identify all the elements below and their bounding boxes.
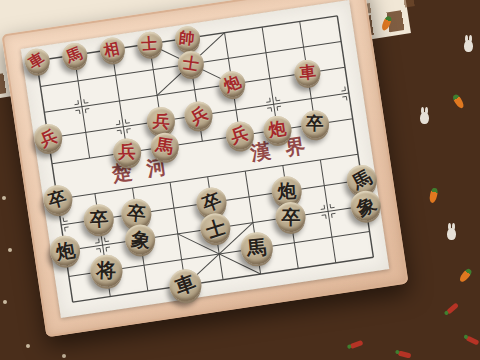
mat-bunny-icon [447, 228, 456, 240]
piece-red-cannon[interactable]: 炮 [261, 114, 293, 146]
piece-glyph: 車 [26, 50, 47, 71]
piece-glyph: 炮 [221, 73, 243, 95]
mat-bunny-icon [420, 112, 429, 124]
mat-dot [2, 196, 6, 200]
mat-chili-icon [466, 335, 480, 345]
piece-glyph: 相 [103, 40, 121, 58]
piece-glyph: 卒 [46, 188, 68, 210]
piece-glyph: 卒 [281, 207, 300, 226]
piece-glyph: 馬 [64, 45, 84, 65]
piece-glyph: 馬 [155, 137, 175, 157]
piece-glyph: 兵 [152, 112, 171, 131]
piece-glyph: 兵 [118, 144, 136, 162]
piece-glyph: 車 [173, 272, 199, 298]
piece-red-soldier[interactable]: 兵 [183, 100, 214, 131]
piece-glyph: 卒 [306, 116, 324, 134]
piece-glyph: 卒 [89, 210, 109, 230]
mat-dot [62, 354, 66, 358]
piece-glyph: 炮 [277, 182, 296, 201]
xiangqi-board: 楚河 漢界 車馬相士帥士炮車兵兵兵兵馬兵炮卒卒卒卒卒炮馬炮象士卒象将馬車 [1, 0, 408, 337]
piece-red-cannon[interactable]: 炮 [217, 69, 247, 99]
piece-glyph: 士 [141, 36, 157, 52]
piece-black-soldier[interactable]: 卒 [299, 108, 331, 140]
piece-glyph: 卒 [200, 191, 224, 215]
mat-dot [8, 248, 12, 252]
mat-dot [26, 344, 30, 348]
piece-black-elephant[interactable]: 象 [123, 222, 158, 257]
piece-glyph: 士 [203, 216, 227, 240]
mat-carrot-icon [452, 93, 466, 109]
piece-glyph: 象 [129, 229, 151, 251]
mat-carrot-icon [458, 268, 473, 284]
piece-red-soldier[interactable]: 兵 [33, 122, 64, 153]
piece-glyph: 兵 [187, 104, 210, 127]
piece-glyph: 象 [353, 193, 378, 218]
mat-bunny-icon [464, 40, 473, 52]
piece-black-soldier[interactable]: 卒 [273, 200, 308, 235]
piece-glyph: 士 [182, 55, 200, 73]
mat-chili-icon [398, 350, 412, 358]
piece-black-advisor[interactable]: 士 [198, 211, 233, 246]
piece-red-soldier[interactable]: 兵 [224, 120, 256, 152]
mat-carrot-icon [429, 187, 439, 203]
piece-glyph: 帥 [179, 30, 196, 47]
piece-glyph: 車 [298, 64, 316, 82]
piece-red-soldier[interactable]: 兵 [111, 136, 143, 168]
piece-glyph: 将 [96, 261, 116, 281]
piece-red-advisor[interactable]: 士 [176, 49, 205, 78]
piece-red-chariot[interactable]: 車 [292, 58, 322, 88]
piece-red-chariot[interactable]: 車 [22, 47, 50, 75]
piece-glyph: 卒 [126, 204, 146, 224]
piece-red-advisor[interactable]: 士 [135, 30, 163, 58]
piece-black-chariot[interactable]: 車 [167, 267, 204, 304]
board-frame: 楚河 漢界 車馬相士帥士炮車兵兵兵兵馬兵炮卒卒卒卒卒炮馬炮象士卒象将馬車 [1, 0, 408, 337]
piece-glyph: 馬 [349, 168, 374, 193]
piece-black-elephant[interactable]: 象 [348, 188, 383, 223]
piece-black-cannon[interactable]: 炮 [48, 233, 83, 268]
piece-red-general[interactable]: 帥 [173, 24, 201, 52]
piece-glyph: 炮 [268, 120, 288, 140]
piece-red-horse[interactable]: 馬 [149, 131, 181, 163]
piece-glyph: 馬 [246, 238, 267, 259]
piece-glyph: 兵 [37, 127, 59, 149]
piece-glyph: 炮 [54, 240, 76, 262]
mat-chili-icon [350, 340, 364, 349]
mat-chili-icon [446, 302, 459, 314]
piece-glyph: 兵 [229, 125, 251, 147]
piece-black-horse[interactable]: 馬 [239, 230, 275, 266]
board-paper: 楚河 漢界 車馬相士帥士炮車兵兵兵兵馬兵炮卒卒卒卒卒炮馬炮象士卒象将馬車 [21, 0, 390, 318]
piece-red-elephant[interactable]: 相 [98, 35, 126, 63]
piece-red-horse[interactable]: 馬 [60, 41, 88, 69]
piece-black-soldier[interactable]: 卒 [41, 183, 74, 216]
piece-black-general[interactable]: 将 [89, 253, 125, 289]
piece-layer: 車馬相士帥士炮車兵兵兵兵馬兵炮卒卒卒卒卒炮馬炮象士卒象将馬車 [16, 0, 394, 318]
piece-red-soldier[interactable]: 兵 [145, 106, 176, 137]
piece-black-soldier[interactable]: 卒 [82, 202, 116, 236]
mat-dot [3, 300, 7, 304]
photo-scene: 楚河 漢界 車馬相士帥士炮車兵兵兵兵馬兵炮卒卒卒卒卒炮馬炮象士卒象将馬車 [0, 0, 480, 360]
